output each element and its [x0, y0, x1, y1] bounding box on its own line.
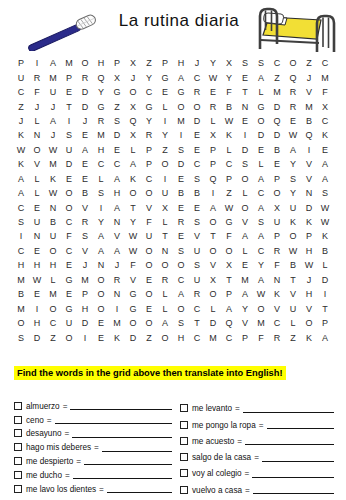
grid-cell[interactable]: O [141, 316, 157, 330]
grid-cell[interactable]: E [189, 143, 205, 157]
grid-cell[interactable]: S [189, 172, 205, 186]
grid-cell[interactable]: E [205, 85, 221, 99]
grid-cell[interactable]: Z [141, 56, 157, 70]
grid-cell[interactable]: O [141, 287, 157, 301]
grid-cell[interactable]: F [253, 330, 269, 344]
checkbox[interactable] [14, 402, 22, 410]
grid-cell[interactable]: A [317, 172, 333, 186]
answer-blank[interactable] [84, 456, 172, 465]
grid-cell[interactable]: G [61, 273, 77, 287]
grid-cell[interactable]: W [45, 143, 61, 157]
grid-cell[interactable]: O [93, 301, 109, 315]
grid-cell[interactable]: M [237, 273, 253, 287]
grid-cell[interactable]: N [109, 287, 125, 301]
grid-cell[interactable]: D [77, 316, 93, 330]
grid-cell[interactable]: E [141, 301, 157, 315]
grid-cell[interactable]: E [29, 287, 45, 301]
grid-cell[interactable]: W [29, 273, 45, 287]
checkbox[interactable] [180, 404, 188, 412]
grid-cell[interactable]: C [141, 85, 157, 99]
grid-cell[interactable]: I [109, 301, 125, 315]
grid-cell[interactable]: X [269, 200, 285, 214]
grid-cell[interactable]: F [221, 229, 237, 243]
grid-cell[interactable]: L [157, 99, 173, 113]
grid-cell[interactable]: V [301, 85, 317, 99]
answer-blank[interactable] [72, 429, 172, 438]
grid-cell[interactable]: O [29, 143, 45, 157]
grid-cell[interactable]: A [221, 301, 237, 315]
grid-cell[interactable]: E [269, 157, 285, 171]
grid-cell[interactable]: H [173, 56, 189, 70]
grid-cell[interactable]: W [317, 200, 333, 214]
grid-cell[interactable]: O [205, 215, 221, 229]
grid-cell[interactable]: D [269, 128, 285, 142]
grid-cell[interactable]: Y [285, 157, 301, 171]
grid-cell[interactable]: D [77, 99, 93, 113]
grid-cell[interactable]: C [189, 301, 205, 315]
grid-cell[interactable]: K [301, 330, 317, 344]
grid-cell[interactable]: H [301, 244, 317, 258]
grid-cell[interactable]: P [205, 157, 221, 171]
grid-cell[interactable]: H [93, 143, 109, 157]
grid-cell[interactable]: F [29, 85, 45, 99]
grid-cell[interactable]: T [317, 301, 333, 315]
grid-cell[interactable]: K [317, 229, 333, 243]
grid-cell[interactable]: J [189, 56, 205, 70]
grid-cell[interactable]: V [189, 229, 205, 243]
grid-cell[interactable]: J [13, 114, 29, 128]
grid-cell[interactable]: R [93, 114, 109, 128]
grid-cell[interactable]: K [13, 157, 29, 171]
answer-blank[interactable] [245, 436, 334, 445]
grid-cell[interactable]: B [173, 186, 189, 200]
grid-cell[interactable]: S [173, 143, 189, 157]
grid-cell[interactable]: J [301, 70, 317, 84]
grid-cell[interactable]: P [13, 56, 29, 70]
grid-cell[interactable]: O [173, 258, 189, 272]
answer-blank[interactable] [262, 453, 334, 462]
grid-cell[interactable]: A [93, 244, 109, 258]
grid-cell[interactable]: I [157, 114, 173, 128]
grid-cell[interactable]: J [29, 99, 45, 113]
grid-cell[interactable]: R [109, 273, 125, 287]
grid-cell[interactable]: R [157, 273, 173, 287]
grid-cell[interactable]: V [205, 258, 221, 272]
grid-cell[interactable]: G [173, 85, 189, 99]
grid-cell[interactable]: R [141, 128, 157, 142]
grid-cell[interactable]: Q [301, 128, 317, 142]
grid-cell[interactable]: O [285, 229, 301, 243]
grid-cell[interactable]: A [109, 200, 125, 214]
grid-cell[interactable]: K [109, 330, 125, 344]
grid-cell[interactable]: D [301, 200, 317, 214]
grid-cell[interactable]: A [109, 172, 125, 186]
grid-cell[interactable]: M [45, 287, 61, 301]
grid-cell[interactable]: X [109, 70, 125, 84]
grid-cell[interactable]: E [237, 114, 253, 128]
checkbox[interactable] [180, 486, 188, 494]
grid-cell[interactable]: O [205, 244, 221, 258]
grid-cell[interactable]: U [45, 85, 61, 99]
grid-cell[interactable]: G [109, 85, 125, 99]
grid-cell[interactable]: N [301, 186, 317, 200]
grid-cell[interactable]: P [237, 330, 253, 344]
grid-cell[interactable]: O [125, 85, 141, 99]
grid-cell[interactable]: U [189, 273, 205, 287]
answer-blank[interactable] [267, 420, 334, 429]
grid-cell[interactable]: K [45, 172, 61, 186]
grid-cell[interactable]: Y [157, 128, 173, 142]
grid-cell[interactable]: B [285, 258, 301, 272]
grid-cell[interactable]: L [253, 157, 269, 171]
grid-cell[interactable]: T [205, 229, 221, 243]
grid-cell[interactable]: A [285, 143, 301, 157]
grid-cell[interactable]: D [317, 273, 333, 287]
grid-cell[interactable]: X [157, 200, 173, 214]
grid-cell[interactable]: Q [221, 316, 237, 330]
grid-cell[interactable]: M [317, 70, 333, 84]
answer-blank[interactable] [55, 415, 172, 424]
checkbox[interactable] [14, 485, 22, 493]
grid-cell[interactable]: L [29, 172, 45, 186]
grid-cell[interactable]: K [269, 287, 285, 301]
grid-cell[interactable]: U [141, 229, 157, 243]
grid-cell[interactable]: V [285, 287, 301, 301]
grid-cell[interactable]: Q [93, 70, 109, 84]
grid-cell[interactable]: O [173, 99, 189, 113]
grid-cell[interactable]: U [189, 244, 205, 258]
grid-cell[interactable]: B [317, 244, 333, 258]
grid-cell[interactable]: Q [285, 70, 301, 84]
grid-cell[interactable]: C [189, 330, 205, 344]
grid-cell[interactable]: Z [157, 143, 173, 157]
grid-cell[interactable]: D [61, 157, 77, 171]
grid-cell[interactable]: O [45, 244, 61, 258]
grid-cell[interactable]: X [317, 99, 333, 113]
grid-cell[interactable]: W [125, 244, 141, 258]
grid-cell[interactable]: H [45, 258, 61, 272]
grid-cell[interactable]: P [157, 56, 173, 70]
grid-cell[interactable]: S [13, 330, 29, 344]
grid-cell[interactable]: U [61, 143, 77, 157]
grid-cell[interactable]: Y [205, 56, 221, 70]
grid-cell[interactable]: R [173, 215, 189, 229]
grid-cell[interactable]: U [285, 200, 301, 214]
grid-cell[interactable]: O [61, 186, 77, 200]
grid-cell[interactable]: E [173, 229, 189, 243]
grid-cell[interactable]: C [317, 114, 333, 128]
grid-cell[interactable]: D [237, 143, 253, 157]
grid-cell[interactable]: L [317, 258, 333, 272]
grid-cell[interactable]: B [189, 186, 205, 200]
grid-cell[interactable]: C [269, 316, 285, 330]
grid-cell[interactable]: A [237, 229, 253, 243]
grid-cell[interactable]: W [285, 244, 301, 258]
grid-cell[interactable]: B [221, 99, 237, 113]
grid-cell[interactable]: T [237, 85, 253, 99]
grid-cell[interactable]: V [301, 172, 317, 186]
grid-cell[interactable]: J [301, 273, 317, 287]
grid-cell[interactable]: V [77, 244, 93, 258]
grid-cell[interactable]: I [61, 114, 77, 128]
grid-cell[interactable]: P [301, 229, 317, 243]
grid-cell[interactable]: Y [93, 215, 109, 229]
grid-cell[interactable]: C [269, 56, 285, 70]
grid-cell[interactable]: B [13, 287, 29, 301]
grid-cell[interactable]: P [205, 143, 221, 157]
grid-cell[interactable]: I [173, 128, 189, 142]
grid-cell[interactable]: D [205, 316, 221, 330]
grid-cell[interactable]: D [253, 128, 269, 142]
grid-cell[interactable]: M [77, 273, 93, 287]
grid-cell[interactable]: O [141, 244, 157, 258]
grid-cell[interactable]: G [125, 287, 141, 301]
grid-cell[interactable]: E [77, 128, 93, 142]
grid-cell[interactable]: L [29, 114, 45, 128]
grid-cell[interactable]: C [253, 244, 269, 258]
grid-cell[interactable]: G [125, 301, 141, 315]
grid-cell[interactable]: S [77, 229, 93, 243]
grid-cell[interactable]: Z [45, 330, 61, 344]
grid-cell[interactable]: D [269, 99, 285, 113]
grid-cell[interactable]: T [221, 273, 237, 287]
grid-cell[interactable]: B [301, 114, 317, 128]
grid-cell[interactable]: O [253, 114, 269, 128]
grid-cell[interactable]: A [173, 287, 189, 301]
grid-cell[interactable]: W [253, 287, 269, 301]
grid-cell[interactable]: O [125, 186, 141, 200]
grid-cell[interactable]: I [317, 287, 333, 301]
grid-cell[interactable]: C [173, 273, 189, 287]
answer-blank[interactable] [107, 484, 172, 493]
grid-cell[interactable]: O [61, 330, 77, 344]
grid-cell[interactable]: L [221, 143, 237, 157]
grid-cell[interactable]: H [77, 301, 93, 315]
grid-cell[interactable]: T [157, 229, 173, 243]
grid-cell[interactable]: E [29, 244, 45, 258]
grid-cell[interactable]: L [157, 301, 173, 315]
grid-cell[interactable]: J [125, 70, 141, 84]
grid-cell[interactable]: A [109, 244, 125, 258]
grid-cell[interactable]: J [77, 258, 93, 272]
grid-cell[interactable]: E [237, 258, 253, 272]
grid-cell[interactable]: K [13, 128, 29, 142]
grid-cell[interactable]: T [189, 316, 205, 330]
grid-cell[interactable]: A [45, 56, 61, 70]
grid-cell[interactable]: C [317, 56, 333, 70]
grid-cell[interactable]: P [61, 70, 77, 84]
grid-cell[interactable]: C [13, 244, 29, 258]
grid-cell[interactable]: L [237, 186, 253, 200]
grid-cell[interactable]: R [269, 330, 285, 344]
grid-cell[interactable]: V [77, 200, 93, 214]
grid-cell[interactable]: P [109, 56, 125, 70]
grid-cell[interactable]: J [45, 99, 61, 113]
grid-cell[interactable]: S [285, 172, 301, 186]
grid-cell[interactable]: Y [253, 258, 269, 272]
grid-cell[interactable]: Y [237, 301, 253, 315]
grid-cell[interactable]: P [269, 229, 285, 243]
grid-cell[interactable]: W [317, 215, 333, 229]
grid-cell[interactable]: R [77, 215, 93, 229]
grid-cell[interactable]: C [13, 200, 29, 214]
grid-cell[interactable]: Y [141, 70, 157, 84]
checkbox[interactable] [14, 429, 22, 437]
grid-cell[interactable]: N [269, 273, 285, 287]
grid-cell[interactable]: V [301, 301, 317, 315]
grid-cell[interactable]: A [13, 172, 29, 186]
grid-cell[interactable]: E [157, 85, 173, 99]
grid-cell[interactable]: L [237, 244, 253, 258]
grid-cell[interactable]: E [61, 258, 77, 272]
grid-cell[interactable]: I [29, 301, 45, 315]
grid-cell[interactable]: Q [125, 114, 141, 128]
grid-cell[interactable]: M [13, 273, 29, 287]
grid-cell[interactable]: Z [301, 56, 317, 70]
grid-cell[interactable]: E [173, 172, 189, 186]
grid-cell[interactable]: X [125, 99, 141, 113]
grid-cell[interactable]: O [157, 157, 173, 171]
grid-cell[interactable]: R [205, 99, 221, 113]
checkbox[interactable] [14, 457, 22, 465]
grid-cell[interactable]: C [221, 330, 237, 344]
grid-cell[interactable]: I [237, 128, 253, 142]
grid-cell[interactable]: D [109, 128, 125, 142]
grid-cell[interactable]: O [157, 330, 173, 344]
grid-cell[interactable]: E [285, 114, 301, 128]
grid-cell[interactable]: E [93, 316, 109, 330]
grid-cell[interactable]: Z [285, 330, 301, 344]
grid-cell[interactable]: R [269, 244, 285, 258]
grid-cell[interactable]: N [237, 99, 253, 113]
grid-cell[interactable]: Y [125, 215, 141, 229]
grid-cell[interactable]: C [189, 70, 205, 84]
grid-cell[interactable]: N [109, 215, 125, 229]
checkbox[interactable] [14, 443, 22, 451]
grid-cell[interactable]: B [77, 186, 93, 200]
grid-cell[interactable]: J [45, 128, 61, 142]
grid-cell[interactable]: M [61, 56, 77, 70]
grid-cell[interactable]: L [157, 215, 173, 229]
grid-cell[interactable]: V [125, 273, 141, 287]
grid-cell[interactable]: S [253, 215, 269, 229]
grid-cell[interactable]: A [125, 157, 141, 171]
grid-cell[interactable]: V [237, 215, 253, 229]
grid-cell[interactable]: A [253, 200, 269, 214]
grid-cell[interactable]: E [237, 70, 253, 84]
grid-cell[interactable]: C [13, 85, 29, 99]
grid-cell[interactable]: E [253, 143, 269, 157]
grid-cell[interactable]: M [269, 85, 285, 99]
checkbox[interactable] [180, 421, 188, 429]
grid-cell[interactable]: M [109, 316, 125, 330]
grid-cell[interactable]: T [61, 99, 77, 113]
grid-cell[interactable]: H [109, 186, 125, 200]
grid-cell[interactable]: S [61, 128, 77, 142]
grid-cell[interactable]: V [29, 157, 45, 171]
grid-cell[interactable]: J [77, 114, 93, 128]
grid-cell[interactable]: Q [205, 172, 221, 186]
grid-cell[interactable]: O [141, 258, 157, 272]
grid-cell[interactable]: X [205, 273, 221, 287]
grid-cell[interactable]: R [29, 70, 45, 84]
grid-cell[interactable]: A [253, 70, 269, 84]
grid-cell[interactable]: E [93, 330, 109, 344]
answer-blank[interactable] [252, 469, 334, 478]
grid-cell[interactable]: Y [141, 114, 157, 128]
grid-cell[interactable]: S [173, 316, 189, 330]
grid-cell[interactable]: U [13, 70, 29, 84]
grid-cell[interactable]: C [221, 157, 237, 171]
grid-cell[interactable]: E [61, 172, 77, 186]
grid-cell[interactable]: Z [221, 186, 237, 200]
grid-cell[interactable]: A [205, 200, 221, 214]
grid-cell[interactable]: T [285, 273, 301, 287]
grid-cell[interactable]: B [269, 143, 285, 157]
grid-cell[interactable]: E [141, 273, 157, 287]
checkbox[interactable] [180, 453, 188, 461]
answer-blank[interactable] [243, 404, 334, 413]
grid-cell[interactable]: C [61, 215, 77, 229]
grid-cell[interactable]: P [221, 287, 237, 301]
grid-cell[interactable]: A [77, 143, 93, 157]
grid-cell[interactable]: F [221, 85, 237, 99]
grid-cell[interactable]: A [45, 114, 61, 128]
grid-cell[interactable]: T [125, 200, 141, 214]
grid-cell[interactable]: F [141, 215, 157, 229]
grid-cell[interactable]: X [125, 128, 141, 142]
grid-cell[interactable]: C [109, 157, 125, 171]
grid-cell[interactable]: R [77, 70, 93, 84]
grid-cell[interactable]: O [61, 200, 77, 214]
grid-cell[interactable]: O [253, 301, 269, 315]
grid-cell[interactable]: M [205, 330, 221, 344]
grid-cell[interactable]: H [93, 56, 109, 70]
grid-cell[interactable]: N [29, 128, 45, 142]
grid-cell[interactable]: L [285, 316, 301, 330]
grid-cell[interactable]: S [13, 215, 29, 229]
grid-cell[interactable]: O [237, 200, 253, 214]
grid-cell[interactable]: L [205, 301, 221, 315]
grid-cell[interactable]: S [317, 186, 333, 200]
grid-cell[interactable]: A [253, 229, 269, 243]
grid-cell[interactable]: P [77, 287, 93, 301]
grid-cell[interactable]: G [61, 301, 77, 315]
grid-cell[interactable]: L [45, 273, 61, 287]
grid-cell[interactable]: D [29, 330, 45, 344]
grid-cell[interactable]: P [221, 172, 237, 186]
grid-cell[interactable]: J [109, 258, 125, 272]
grid-cell[interactable]: K [221, 128, 237, 142]
grid-cell[interactable]: W [125, 229, 141, 243]
grid-cell[interactable]: X [205, 128, 221, 142]
grid-cell[interactable]: E [189, 200, 205, 214]
grid-cell[interactable]: P [317, 316, 333, 330]
grid-cell[interactable]: B [45, 215, 61, 229]
grid-cell[interactable]: S [93, 186, 109, 200]
answer-blank[interactable] [253, 485, 334, 494]
grid-cell[interactable]: O [77, 56, 93, 70]
grid-cell[interactable]: A [253, 172, 269, 186]
grid-cell[interactable]: M [301, 99, 317, 113]
grid-cell[interactable]: S [253, 56, 269, 70]
grid-cell[interactable]: O [173, 301, 189, 315]
grid-cell[interactable]: R [285, 99, 301, 113]
grid-cell[interactable]: M [45, 70, 61, 84]
grid-cell[interactable]: E [173, 200, 189, 214]
grid-cell[interactable]: M [93, 128, 109, 142]
grid-cell[interactable]: H [301, 287, 317, 301]
